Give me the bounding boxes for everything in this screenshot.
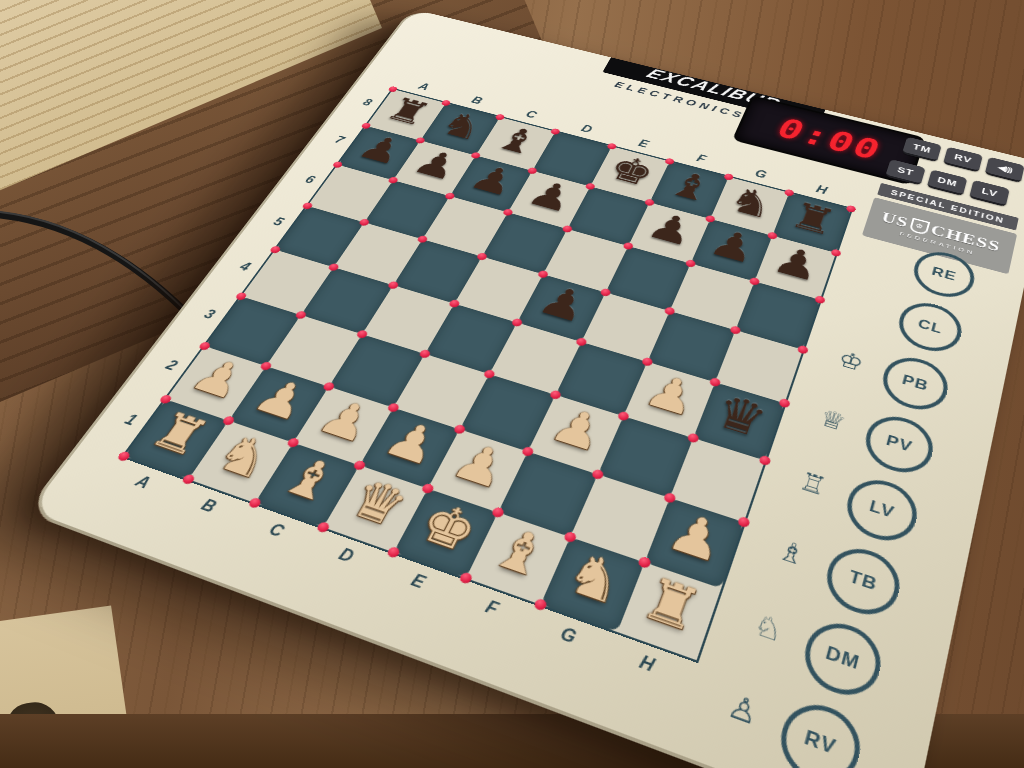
piece-symbol-rv: ♙ bbox=[723, 687, 763, 732]
lv-button[interactable]: LV bbox=[969, 180, 1010, 207]
cl-side-button[interactable]: CL bbox=[893, 297, 966, 358]
piece-symbol-tb: ♗ bbox=[774, 534, 810, 572]
lv-side-button[interactable]: LV bbox=[840, 472, 923, 549]
piece-symbol-pv: ♕ bbox=[816, 404, 849, 437]
speaker-icon: ◀))) bbox=[997, 163, 1013, 174]
rv-side-button[interactable]: RV bbox=[772, 694, 867, 768]
uscf-us: US bbox=[880, 209, 911, 231]
pb-side-button[interactable]: PB bbox=[877, 351, 953, 417]
clock-time: 0:00 bbox=[770, 113, 887, 167]
photo-stage: EXCALIBUR ELECTRONICS 0:00 TM RV ◀))) ST… bbox=[0, 0, 1024, 768]
piece-symbol-pb: ♔ bbox=[835, 346, 866, 376]
sound-button[interactable]: ◀))) bbox=[985, 157, 1024, 183]
st-button[interactable]: ST bbox=[885, 159, 926, 185]
piece-symbol-lv: ♖ bbox=[796, 466, 830, 501]
dm-button[interactable]: DM bbox=[927, 169, 968, 196]
piece-symbol-dm: ♘ bbox=[750, 607, 788, 648]
dm-side-button[interactable]: DM bbox=[797, 614, 888, 705]
rv-button[interactable]: RV bbox=[943, 147, 983, 173]
pv-side-button[interactable]: PV bbox=[859, 409, 938, 480]
tb-side-button[interactable]: TB bbox=[820, 540, 906, 624]
